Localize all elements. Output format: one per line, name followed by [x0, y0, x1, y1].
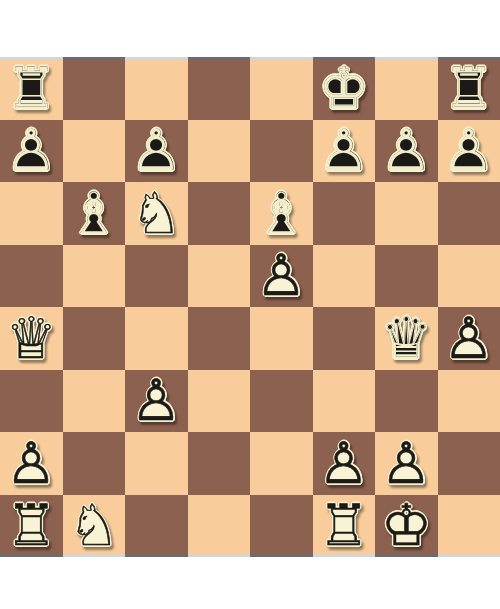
square-a4[interactable]: ♛♕	[0, 307, 63, 370]
piece-black-bishop[interactable]: ♝♗	[250, 182, 313, 245]
square-f7[interactable]: ♟♙	[313, 120, 376, 183]
piece-white-queen[interactable]: ♛♕	[0, 307, 63, 370]
square-b4[interactable]	[63, 307, 126, 370]
piece-black-bishop[interactable]: ♝♗	[63, 182, 126, 245]
square-f2[interactable]: ♟♙	[313, 432, 376, 495]
square-b2[interactable]	[63, 432, 126, 495]
square-f6[interactable]	[313, 182, 376, 245]
piece-white-pawn[interactable]: ♟♙	[438, 307, 500, 370]
white-queen-outline: ♕	[0, 307, 63, 370]
square-e1[interactable]	[250, 495, 313, 558]
square-h6[interactable]	[438, 182, 500, 245]
piece-black-queen[interactable]: ♛♕	[375, 307, 438, 370]
white-knight-outline: ♘	[63, 495, 126, 558]
piece-black-pawn[interactable]: ♟♙	[438, 120, 500, 183]
page-background: ♜♖♚♔♜♖♟♙♟♙♟♙♟♙♟♙♝♗♞♘♝♗♟♙♛♕♛♕♟♙♟♙♟♙♟♙♟♙♜♖…	[0, 0, 500, 609]
square-e5[interactable]: ♟♙	[250, 245, 313, 308]
square-c3[interactable]: ♟♙	[125, 370, 188, 433]
piece-white-knight[interactable]: ♞♘	[63, 495, 126, 558]
square-a6[interactable]	[0, 182, 63, 245]
white-king-outline: ♔	[375, 495, 438, 558]
square-f3[interactable]	[313, 370, 376, 433]
square-g8[interactable]	[375, 57, 438, 120]
square-f8[interactable]: ♚♔	[313, 57, 376, 120]
square-a7[interactable]: ♟♙	[0, 120, 63, 183]
square-e7[interactable]	[250, 120, 313, 183]
piece-black-rook[interactable]: ♜♖	[0, 57, 63, 120]
square-g7[interactable]: ♟♙	[375, 120, 438, 183]
white-pawn-outline: ♙	[0, 432, 63, 495]
square-g4[interactable]: ♛♕	[375, 307, 438, 370]
white-rook-outline: ♖	[0, 495, 63, 558]
square-d4[interactable]	[188, 307, 251, 370]
square-e4[interactable]	[250, 307, 313, 370]
square-e8[interactable]	[250, 57, 313, 120]
black-bishop-outline: ♗	[63, 182, 126, 245]
black-king-outline: ♔	[313, 57, 376, 120]
square-h2[interactable]	[438, 432, 500, 495]
square-g3[interactable]	[375, 370, 438, 433]
square-c5[interactable]	[125, 245, 188, 308]
square-e6[interactable]: ♝♗	[250, 182, 313, 245]
piece-white-rook[interactable]: ♜♖	[0, 495, 63, 558]
square-b8[interactable]	[63, 57, 126, 120]
piece-black-pawn[interactable]: ♟♙	[0, 120, 63, 183]
piece-black-king[interactable]: ♚♔	[313, 57, 376, 120]
square-b7[interactable]	[63, 120, 126, 183]
piece-white-pawn[interactable]: ♟♙	[250, 245, 313, 308]
chess-board: ♜♖♚♔♜♖♟♙♟♙♟♙♟♙♟♙♝♗♞♘♝♗♟♙♛♕♛♕♟♙♟♙♟♙♟♙♟♙♜♖…	[0, 57, 500, 557]
white-pawn-outline: ♙	[313, 432, 376, 495]
square-d5[interactable]	[188, 245, 251, 308]
piece-white-knight[interactable]: ♞♘	[125, 182, 188, 245]
piece-black-rook[interactable]: ♜♖	[438, 57, 500, 120]
white-pawn-outline: ♙	[125, 370, 188, 433]
white-rook-outline: ♖	[313, 495, 376, 558]
square-a8[interactable]: ♜♖	[0, 57, 63, 120]
piece-black-pawn[interactable]: ♟♙	[313, 120, 376, 183]
square-g1[interactable]: ♚♔	[375, 495, 438, 558]
square-c6[interactable]: ♞♘	[125, 182, 188, 245]
white-pawn-outline: ♙	[375, 432, 438, 495]
square-f1[interactable]: ♜♖	[313, 495, 376, 558]
piece-black-pawn[interactable]: ♟♙	[375, 120, 438, 183]
square-c4[interactable]	[125, 307, 188, 370]
square-f5[interactable]	[313, 245, 376, 308]
square-e2[interactable]	[250, 432, 313, 495]
square-h1[interactable]	[438, 495, 500, 558]
piece-white-pawn[interactable]: ♟♙	[125, 370, 188, 433]
square-b6[interactable]: ♝♗	[63, 182, 126, 245]
square-a2[interactable]: ♟♙	[0, 432, 63, 495]
square-a1[interactable]: ♜♖	[0, 495, 63, 558]
piece-white-rook[interactable]: ♜♖	[313, 495, 376, 558]
square-a3[interactable]	[0, 370, 63, 433]
square-b5[interactable]	[63, 245, 126, 308]
piece-black-pawn[interactable]: ♟♙	[125, 120, 188, 183]
square-c7[interactable]: ♟♙	[125, 120, 188, 183]
square-d2[interactable]	[188, 432, 251, 495]
square-g5[interactable]	[375, 245, 438, 308]
white-pawn-outline: ♙	[250, 245, 313, 308]
square-h5[interactable]	[438, 245, 500, 308]
square-c2[interactable]	[125, 432, 188, 495]
black-pawn-outline: ♙	[125, 120, 188, 183]
square-h4[interactable]: ♟♙	[438, 307, 500, 370]
square-d8[interactable]	[188, 57, 251, 120]
black-rook-outline: ♖	[438, 57, 500, 120]
piece-white-pawn[interactable]: ♟♙	[375, 432, 438, 495]
black-bishop-outline: ♗	[250, 182, 313, 245]
black-queen-outline: ♕	[375, 307, 438, 370]
square-b3[interactable]	[63, 370, 126, 433]
square-h7[interactable]: ♟♙	[438, 120, 500, 183]
black-pawn-outline: ♙	[0, 120, 63, 183]
piece-white-king[interactable]: ♚♔	[375, 495, 438, 558]
square-g6[interactable]	[375, 182, 438, 245]
square-d6[interactable]	[188, 182, 251, 245]
square-h3[interactable]	[438, 370, 500, 433]
square-c1[interactable]	[125, 495, 188, 558]
black-pawn-outline: ♙	[438, 120, 500, 183]
piece-white-pawn[interactable]: ♟♙	[0, 432, 63, 495]
square-h8[interactable]: ♜♖	[438, 57, 500, 120]
square-d1[interactable]	[188, 495, 251, 558]
square-b1[interactable]: ♞♘	[63, 495, 126, 558]
square-f4[interactable]	[313, 307, 376, 370]
square-c8[interactable]	[125, 57, 188, 120]
white-pawn-outline: ♙	[438, 307, 500, 370]
black-rook-outline: ♖	[0, 57, 63, 120]
square-g2[interactable]: ♟♙	[375, 432, 438, 495]
square-e3[interactable]	[250, 370, 313, 433]
piece-white-pawn[interactable]: ♟♙	[313, 432, 376, 495]
square-d7[interactable]	[188, 120, 251, 183]
white-knight-outline: ♘	[125, 182, 188, 245]
square-a5[interactable]	[0, 245, 63, 308]
black-pawn-outline: ♙	[313, 120, 376, 183]
square-d3[interactable]	[188, 370, 251, 433]
black-pawn-outline: ♙	[375, 120, 438, 183]
